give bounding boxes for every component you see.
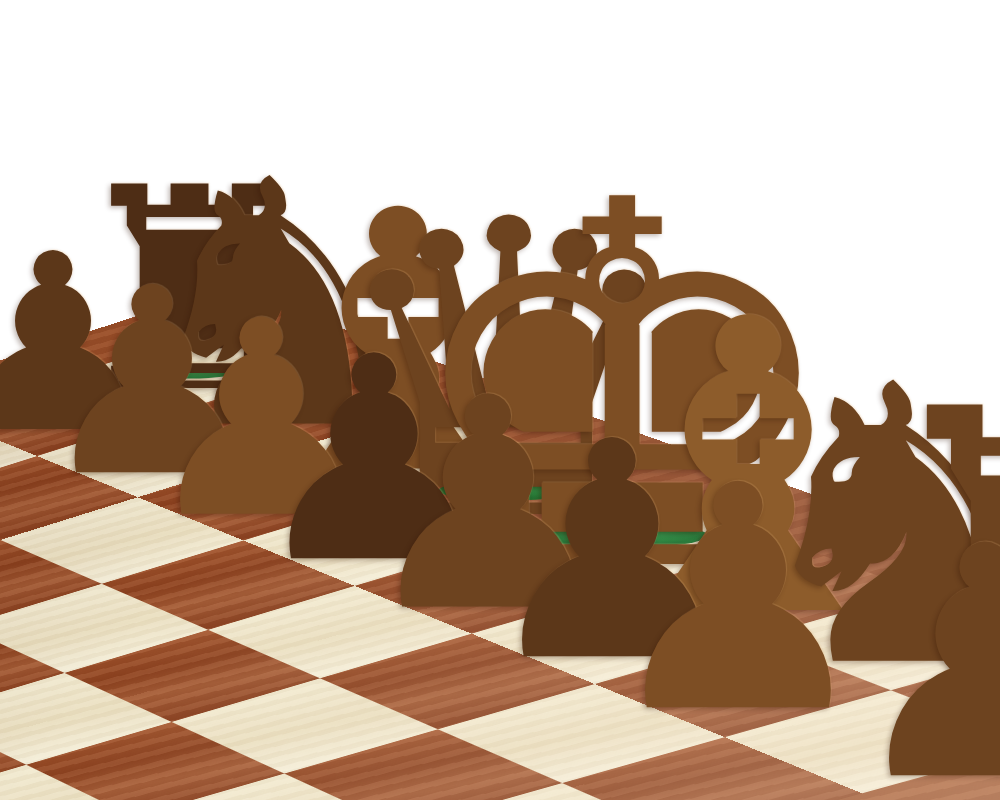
piece-black-pawn-h7[interactable]: ♟ bbox=[842, 504, 1000, 800]
piece-black-pawn-g7[interactable]: ♟ bbox=[599, 445, 877, 755]
chess-set-product-photo: ♜♞♝♛♚♝♞♜♟♟♟♟♟♟♟♟ bbox=[0, 0, 1000, 800]
